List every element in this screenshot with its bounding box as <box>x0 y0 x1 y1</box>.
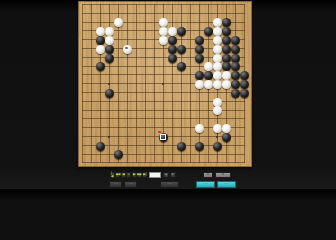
white-stone <box>213 54 222 63</box>
black-stone <box>177 142 186 151</box>
white-stone <box>204 80 213 89</box>
white-stone <box>96 45 105 54</box>
star-point <box>162 83 164 85</box>
black-stone <box>96 142 105 151</box>
nav-button-5[interactable]: ▶▶ <box>137 172 142 178</box>
star-point <box>108 83 110 85</box>
move-counter-box[interactable] <box>149 172 161 178</box>
black-stone <box>222 36 231 45</box>
nav-button-3[interactable]: ▪ <box>126 172 131 178</box>
white-stone <box>222 124 231 133</box>
nav-extra-button-1[interactable]: ▾ <box>170 172 176 178</box>
toolbar-icon-button-0[interactable]: ⊙ <box>203 172 213 178</box>
white-stone <box>213 45 222 54</box>
black-stone <box>195 54 204 63</box>
black-stone <box>105 54 114 63</box>
black-stone <box>222 18 231 27</box>
nav-extra-button-0[interactable]: ▴ <box>163 172 169 178</box>
bottom-toolbar: |◀◀◀◀▪▶▶▶▶|▴▾⊙≋······················· <box>0 167 336 189</box>
white-stone <box>204 62 213 71</box>
grid-line-vertical <box>190 4 191 163</box>
white-stone <box>213 36 222 45</box>
white-stone <box>213 98 222 107</box>
black-stone <box>204 71 213 80</box>
black-stone <box>231 54 240 63</box>
black-stone <box>222 133 231 142</box>
star-point <box>108 136 110 138</box>
black-stone <box>195 142 204 151</box>
black-stone <box>195 36 204 45</box>
black-stone <box>222 45 231 54</box>
black-stone <box>195 71 204 80</box>
white-stone <box>213 62 222 71</box>
white-stone <box>213 18 222 27</box>
white-stone <box>159 27 168 36</box>
toolbar-icon-button-1[interactable]: ≋ <box>215 172 231 178</box>
black-stone <box>168 45 177 54</box>
primary-action-button-1[interactable]: ····· <box>217 181 236 188</box>
black-stone <box>96 62 105 71</box>
black-stone <box>195 45 204 54</box>
black-stone <box>240 71 249 80</box>
white-stone <box>168 27 177 36</box>
nav-button-2[interactable]: ◀ <box>121 172 126 178</box>
black-stone <box>231 45 240 54</box>
white-stone <box>213 71 222 80</box>
go-board[interactable] <box>78 1 252 167</box>
grid-line-horizontal <box>82 118 245 119</box>
black-stone <box>105 45 114 54</box>
action-button-mid[interactable]: ····· <box>160 181 179 188</box>
black-stone <box>177 62 186 71</box>
grid-line-horizontal <box>82 162 245 163</box>
white-stone <box>105 36 114 45</box>
black-stone <box>177 45 186 54</box>
black-stone <box>231 80 240 89</box>
white-stone <box>213 80 222 89</box>
black-stone <box>240 89 249 98</box>
star-point <box>216 136 218 138</box>
white-stone <box>195 80 204 89</box>
black-stone <box>96 36 105 45</box>
last-move-square-marker <box>160 134 166 140</box>
white-stone <box>222 71 231 80</box>
nav-button-4[interactable]: ▶ <box>132 172 137 178</box>
black-stone <box>168 54 177 63</box>
white-stone <box>105 27 114 36</box>
black-stone <box>222 62 231 71</box>
black-stone <box>240 80 249 89</box>
white-stone <box>159 36 168 45</box>
black-stone <box>168 36 177 45</box>
white-stone <box>159 18 168 27</box>
white-stone <box>114 18 123 27</box>
app-window: { "game": "go", "board": { "size": 19, "… <box>0 0 336 189</box>
grid-line-horizontal <box>82 154 245 155</box>
white-stone <box>213 27 222 36</box>
black-stone <box>231 89 240 98</box>
primary-action-button-0[interactable]: ····· <box>196 181 215 188</box>
nav-button-1[interactable]: ◀◀ <box>115 172 120 178</box>
black-stone <box>204 27 213 36</box>
white-stone <box>222 80 231 89</box>
nav-button-0[interactable]: |◀ <box>110 172 115 178</box>
black-stone <box>222 54 231 63</box>
white-stone <box>213 106 222 115</box>
black-stone <box>231 71 240 80</box>
black-stone <box>177 27 186 36</box>
black-stone <box>213 142 222 151</box>
black-stone <box>231 36 240 45</box>
action-button-left-0[interactable]: ···· <box>109 181 122 188</box>
black-stone <box>114 150 123 159</box>
white-stone <box>96 27 105 36</box>
white-stone <box>195 124 204 133</box>
red-annotation-dot <box>158 131 161 134</box>
black-stone <box>222 27 231 36</box>
nav-button-6[interactable]: ▶| <box>142 172 147 178</box>
white-stone <box>213 124 222 133</box>
action-button-left-1[interactable]: ···· <box>124 181 137 188</box>
black-stone <box>231 62 240 71</box>
black-stone <box>105 89 114 98</box>
